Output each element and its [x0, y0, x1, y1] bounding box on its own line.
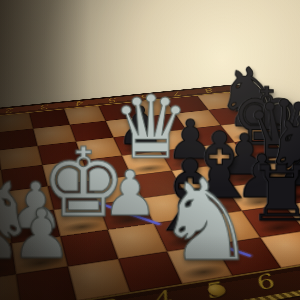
- gold-dot-inlay: [206, 283, 228, 297]
- white-knight-h5[interactable]: ♞: [156, 165, 257, 278]
- chess-3d-scene: ♟♞♛♟♚♟♛♟♚♟♝♟♞♞♟♝♜♞ 12345678 12345678: [0, 0, 300, 300]
- white-knight-g1[interactable]: ♞: [0, 164, 40, 276]
- board-grid: ♟♞♛♟♚♟♛♟♚♟♝♟♞♞♟♝♜♞: [0, 93, 300, 300]
- square-h7[interactable]: [260, 231, 300, 268]
- chess-board: ♟♞♛♟♚♟♛♟♚♟♝♟♞♞♟♝♜♞ 12345678 12345678: [0, 85, 300, 300]
